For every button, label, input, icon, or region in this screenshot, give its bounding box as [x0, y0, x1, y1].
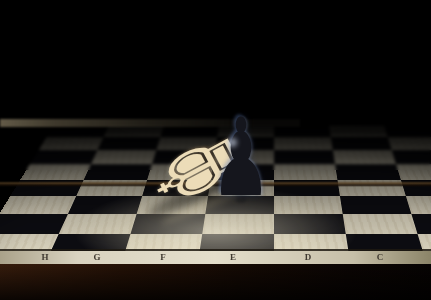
board-near-rail: H G F E D C — [0, 251, 431, 265]
file-label-d: D — [300, 252, 316, 262]
file-label-e: E — [225, 252, 241, 262]
photo-stage: ♟ ♚ ♟ H G F E D C — [0, 0, 431, 300]
file-label-h: H — [37, 252, 53, 262]
table-front — [0, 264, 431, 300]
pawn-specular-highlight — [228, 138, 237, 147]
file-label-g: G — [89, 252, 105, 262]
file-label-f: F — [155, 252, 171, 262]
black-pawn-piece: ♟ — [211, 104, 271, 212]
file-label-c: C — [372, 252, 388, 262]
